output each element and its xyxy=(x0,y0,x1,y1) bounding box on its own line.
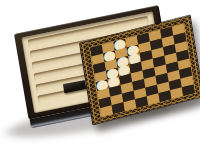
square-r7c7[interactable] xyxy=(182,84,195,96)
